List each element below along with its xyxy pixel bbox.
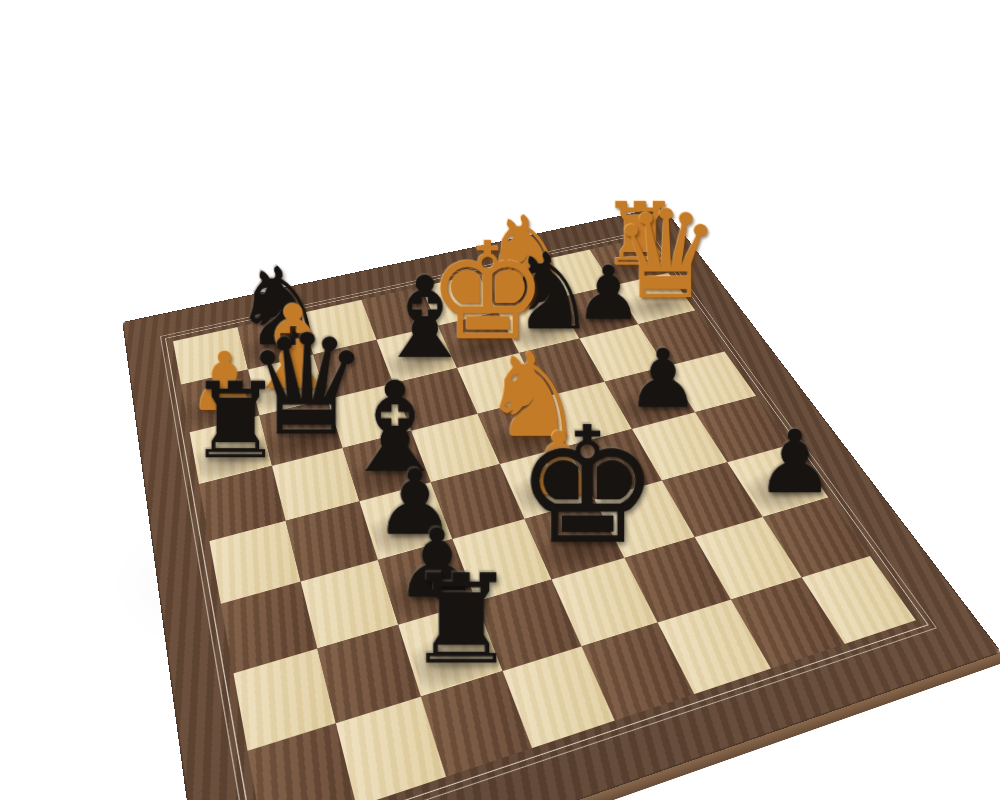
square-h1[interactable]	[802, 556, 916, 644]
piece-black-pawn-h3[interactable]: ♟	[756, 419, 834, 506]
piece-black-rook-c2[interactable]: ♜	[406, 558, 517, 682]
chess-board: ♞♞♜♟♝♝♚♞♟♛♜♛♝♞♟♟♟♟♚♟♜	[123, 207, 1000, 800]
product-photo-canvas: ♞♞♜♟♝♝♚♞♟♛♜♛♝♞♟♟♟♟♚♟♜	[0, 0, 1000, 800]
square-b1[interactable]	[336, 697, 446, 800]
piece-black-king-e3[interactable]: ♚	[515, 406, 660, 567]
square-a4[interactable]	[209, 521, 300, 604]
square-a6[interactable]: ♜	[190, 415, 272, 484]
board-field: ♞♞♜♟♝♝♚♞♟♛♜♛♝♞♟♟♟♟♚♟♜	[173, 238, 916, 800]
board-scene: ♞♞♜♟♝♝♚♞♟♛♜♛♝♞♟♟♟♟♚♟♜	[0, 0, 1000, 800]
piece-black-rook-a6[interactable]: ♜	[188, 369, 282, 474]
